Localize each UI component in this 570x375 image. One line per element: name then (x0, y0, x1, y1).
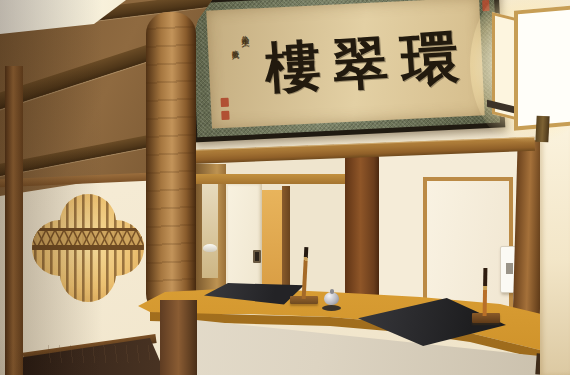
lit-doorway (262, 190, 284, 298)
middle-log-post (345, 154, 379, 306)
intercom-slot (506, 263, 513, 274)
sliding-door (228, 184, 262, 298)
washbasin (203, 244, 217, 252)
door-pull-recess (255, 252, 259, 261)
log-grain (146, 12, 196, 316)
plaque-character-1: 環 (399, 28, 461, 90)
plaque-paper: 環 翠 樓 為鈴木主人 春畝散人 (206, 0, 484, 129)
reception-scene: 環 翠 樓 為鈴木主人 春畝散人 (0, 0, 570, 375)
floor-plank-sheen (40, 345, 150, 363)
right-foreground-wall (540, 118, 570, 375)
plaque-character-3: 樓 (263, 36, 322, 95)
call-bell-base (322, 305, 341, 311)
left-wall-post (5, 66, 23, 375)
red-seal-stamp (221, 98, 229, 107)
call-bell-button (330, 289, 334, 294)
quatrefoil-window (28, 190, 148, 306)
paper-lantern (514, 5, 570, 130)
lantern-arm (535, 116, 549, 143)
calligraphy-plaque: 環 翠 樓 為鈴木主人 春畝散人 (186, 0, 506, 143)
desk-pen (483, 268, 488, 316)
doorway-frame (282, 186, 290, 300)
back-wall-left (196, 156, 350, 306)
plaque-character-2: 翠 (331, 33, 390, 92)
red-seal-stamp (221, 111, 229, 120)
corridor-doorway (202, 178, 218, 278)
plaque-inscription: 為鈴木主人 春畝散人 (230, 29, 251, 108)
window-lattice (28, 190, 148, 306)
inscription-dedication: 為鈴木主人 (240, 29, 252, 107)
back-wall-trim (196, 174, 350, 184)
counter-leg (160, 300, 197, 375)
center-log-pillar (146, 12, 196, 316)
